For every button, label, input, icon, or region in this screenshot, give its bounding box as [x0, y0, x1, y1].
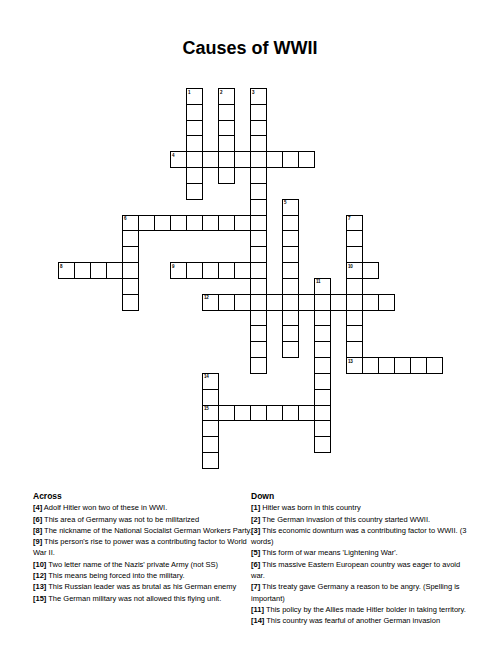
grid-cell[interactable] — [266, 294, 283, 311]
grid-cell[interactable]: 3 — [250, 88, 267, 105]
cell-number: 14 — [204, 374, 209, 379]
grid-cell[interactable] — [250, 167, 267, 184]
clue-number: [15] — [33, 594, 46, 603]
grid-cell[interactable] — [298, 294, 315, 311]
grid-cell[interactable] — [218, 135, 235, 152]
grid-cell[interactable] — [218, 151, 235, 168]
grid-cell[interactable] — [394, 357, 411, 374]
clue-number: [7] — [251, 582, 260, 591]
grid-cell[interactable] — [154, 215, 171, 232]
grid-cell[interactable]: 7 — [346, 215, 363, 232]
grid-cell[interactable] — [314, 325, 331, 342]
grid-cell[interactable]: 15 — [202, 405, 219, 422]
grid-cell[interactable] — [250, 278, 267, 295]
grid-cell[interactable] — [346, 230, 363, 247]
grid-cell[interactable]: 10 — [346, 262, 363, 279]
grid-cell[interactable] — [314, 373, 331, 390]
grid-cell[interactable] — [266, 405, 283, 422]
cell-number: 1 — [188, 90, 190, 95]
grid-cell[interactable] — [234, 151, 251, 168]
grid-cell[interactable] — [282, 341, 299, 358]
grid-cell[interactable] — [234, 215, 251, 232]
across-clue-list: [4] Adolf Hitler won two of these in WWI… — [33, 502, 256, 604]
grid-cell[interactable] — [186, 262, 203, 279]
clue-item-across-4: [4] Adolf Hitler won two of these in WWI… — [33, 502, 256, 513]
grid-cell[interactable] — [314, 420, 331, 437]
grid-cell[interactable] — [282, 215, 299, 232]
grid-cell[interactable] — [90, 262, 107, 279]
grid-cell[interactable] — [298, 405, 315, 422]
clue-item-across-12: [12] This means being forced into the mi… — [33, 570, 256, 581]
grid-cell[interactable] — [218, 120, 235, 137]
clue-number: [5] — [251, 548, 260, 557]
grid-cell[interactable] — [314, 357, 331, 374]
grid-cell[interactable] — [250, 262, 267, 279]
cell-number: 9 — [172, 264, 174, 269]
clue-number: [14] — [251, 616, 264, 625]
cell-number: 8 — [60, 264, 62, 269]
grid-cell[interactable]: 4 — [170, 151, 187, 168]
grid-cell[interactable] — [282, 230, 299, 247]
grid-cell[interactable] — [218, 405, 235, 422]
across-header: Across — [33, 491, 256, 502]
clue-number: [1] — [251, 503, 260, 512]
clue-item-across-8: [8] The nickname of the National Sociali… — [33, 525, 256, 536]
grid-cell[interactable] — [330, 294, 347, 311]
grid-cell[interactable] — [346, 310, 363, 327]
grid-cell[interactable] — [282, 262, 299, 279]
grid-cell[interactable]: 2 — [218, 88, 235, 105]
grid-cell[interactable] — [314, 389, 331, 406]
grid-cell[interactable] — [202, 389, 219, 406]
clue-item-across-9: [9] This person's rise to power was a co… — [33, 536, 256, 559]
grid-cell[interactable]: 8 — [58, 262, 75, 279]
grid-cell[interactable] — [234, 262, 251, 279]
grid-cell[interactable] — [234, 405, 251, 422]
cell-number: 11 — [316, 279, 320, 284]
grid-cell[interactable] — [346, 278, 363, 295]
grid-cell[interactable] — [202, 420, 219, 437]
grid-cell[interactable] — [186, 135, 203, 152]
grid-cell[interactable]: 1 — [186, 88, 203, 105]
grid-cell[interactable] — [250, 357, 267, 374]
grid-cell[interactable] — [362, 294, 379, 311]
grid-cell[interactable] — [298, 151, 315, 168]
grid-cell[interactable] — [250, 135, 267, 152]
down-clue-list: [1] Hitler was born in this country[2] T… — [251, 502, 473, 626]
cell-number: 12 — [204, 295, 209, 300]
clue-item-across-15: [15] The German military was not allowed… — [33, 593, 256, 604]
grid-cell[interactable] — [250, 246, 267, 263]
cell-number: 7 — [348, 216, 350, 221]
crossword-grid: 468910121315123571114 — [58, 88, 443, 469]
grid-cell[interactable] — [282, 405, 299, 422]
grid-cell[interactable] — [250, 325, 267, 342]
cell-number: 4 — [172, 153, 174, 158]
clue-item-down-1: [1] Hitler was born in this country — [251, 502, 473, 513]
grid-cell[interactable] — [202, 262, 219, 279]
across-clues-section: Across [4] Adolf Hitler won two of these… — [33, 491, 256, 604]
clue-number: [3] — [251, 526, 260, 535]
grid-cell[interactable] — [122, 230, 139, 247]
grid-cell[interactable] — [218, 104, 235, 121]
cell-number: 3 — [252, 90, 254, 95]
grid-cell[interactable] — [122, 246, 139, 263]
grid-cell[interactable] — [202, 452, 219, 469]
clue-number: [6] — [33, 515, 42, 524]
grid-cell[interactable] — [314, 341, 331, 358]
clue-item-down-11: [11] This policy by the Allies made Hitl… — [251, 604, 473, 615]
grid-cell[interactable] — [186, 183, 203, 200]
grid-cell[interactable]: 6 — [122, 215, 139, 232]
grid-cell[interactable]: 9 — [170, 262, 187, 279]
grid-cell[interactable] — [186, 104, 203, 121]
clue-item-down-14: [14] This country was fearful of another… — [251, 615, 473, 626]
puzzle-title: Causes of WWII — [0, 39, 500, 57]
clue-item-down-7: [7] This treaty gave Germany a reason to… — [251, 581, 473, 604]
grid-cell[interactable]: 13 — [346, 357, 363, 374]
grid-cell[interactable] — [218, 215, 235, 232]
grid-cell[interactable] — [314, 310, 331, 327]
grid-cell[interactable] — [202, 215, 219, 232]
grid-cell[interactable] — [218, 167, 235, 184]
grid-cell[interactable] — [250, 151, 267, 168]
grid-cell[interactable] — [250, 405, 267, 422]
grid-cell[interactable] — [250, 230, 267, 247]
grid-cell[interactable] — [426, 357, 443, 374]
clue-number: [12] — [33, 571, 46, 580]
grid-cell[interactable] — [282, 310, 299, 327]
grid-cell[interactable] — [250, 310, 267, 327]
grid-cell[interactable] — [362, 357, 379, 374]
clue-item-down-5: [5] This form of war means 'Lightening W… — [251, 547, 473, 558]
clue-item-down-2: [2] The German invasion of this country … — [251, 514, 473, 525]
grid-cell[interactable] — [378, 357, 395, 374]
grid-cell[interactable] — [378, 294, 395, 311]
clue-item-across-13: [13] This Russian leader was as brutal a… — [33, 581, 256, 592]
grid-cell[interactable] — [250, 104, 267, 121]
cell-number: 13 — [348, 359, 353, 364]
grid-cell[interactable] — [250, 183, 267, 200]
grid-cell[interactable]: 12 — [202, 294, 219, 311]
grid-cell[interactable] — [250, 215, 267, 232]
grid-cell[interactable] — [314, 405, 331, 422]
grid-cell[interactable] — [346, 341, 363, 358]
clue-item-down-6: [6] This massive Eastern European countr… — [251, 559, 473, 582]
clue-item-down-3: [3] This economic downturn was a contrib… — [251, 525, 473, 548]
cell-number: 6 — [124, 216, 126, 221]
clue-number: [9] — [33, 537, 42, 546]
cell-number: 2 — [220, 90, 222, 95]
grid-cell[interactable] — [122, 262, 139, 279]
clue-item-across-10: [10] Two letter name of the Nazis' priva… — [33, 559, 256, 570]
clue-number: [13] — [33, 582, 46, 591]
clue-number: [11] — [251, 605, 264, 614]
clue-number: [4] — [33, 503, 42, 512]
grid-cell[interactable] — [202, 151, 219, 168]
grid-cell[interactable] — [202, 436, 219, 453]
grid-cell[interactable] — [138, 215, 155, 232]
grid-cell[interactable]: 14 — [202, 373, 219, 390]
grid-cell[interactable]: 5 — [282, 199, 299, 216]
grid-cell[interactable] — [186, 120, 203, 137]
grid-cell[interactable] — [218, 294, 235, 311]
grid-cell[interactable] — [250, 199, 267, 216]
grid-cell[interactable] — [410, 357, 427, 374]
grid-cell[interactable] — [122, 278, 139, 295]
down-header: Down — [251, 491, 473, 502]
grid-cell[interactable] — [282, 294, 299, 311]
grid-cell[interactable] — [314, 436, 331, 453]
grid-cell[interactable] — [266, 151, 283, 168]
grid-cell[interactable]: 11 — [314, 278, 331, 295]
cell-number: 15 — [204, 406, 209, 411]
grid-cell[interactable] — [346, 325, 363, 342]
cell-number: 10 — [348, 264, 353, 269]
cell-number: 5 — [284, 200, 286, 205]
grid-cell[interactable] — [282, 246, 299, 263]
down-clues-section: Down [1] Hitler was born in this country… — [251, 491, 473, 627]
grid-cell[interactable] — [282, 325, 299, 342]
grid-cell[interactable] — [186, 215, 203, 232]
grid-cell[interactable] — [346, 294, 363, 311]
grid-cell[interactable] — [250, 294, 267, 311]
clue-number: [10] — [33, 560, 46, 569]
grid-cell[interactable] — [362, 262, 379, 279]
grid-cell[interactable] — [346, 246, 363, 263]
grid-cell[interactable] — [218, 262, 235, 279]
grid-cell[interactable] — [282, 278, 299, 295]
grid-cell[interactable] — [282, 151, 299, 168]
clue-number: [8] — [33, 526, 42, 535]
grid-cell[interactable] — [250, 341, 267, 358]
grid-cell[interactable] — [186, 167, 203, 184]
clue-number: [2] — [251, 515, 260, 524]
grid-cell[interactable] — [170, 215, 187, 232]
clue-item-across-6: [6] This area of Germany was not to be m… — [33, 514, 256, 525]
grid-cell[interactable] — [74, 262, 91, 279]
grid-cell[interactable] — [122, 294, 139, 311]
crossword-page: Causes of WWII 468910121315123571114 Acr… — [0, 0, 500, 647]
grid-cell[interactable] — [250, 120, 267, 137]
grid-cell[interactable] — [106, 262, 123, 279]
clue-number: [6] — [251, 560, 260, 569]
grid-cell[interactable] — [314, 294, 331, 311]
grid-cell[interactable] — [186, 151, 203, 168]
grid-cell[interactable] — [234, 294, 251, 311]
